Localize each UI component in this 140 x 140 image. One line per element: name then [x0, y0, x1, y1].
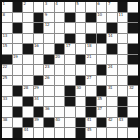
clue-number: 22: [3, 65, 8, 69]
white-cell[interactable]: [23, 76, 33, 86]
white-cell[interactable]: 44: [23, 128, 33, 138]
black-cell: [86, 34, 96, 44]
clue-number: 29: [34, 86, 39, 90]
white-cell[interactable]: 42: [107, 118, 117, 128]
white-cell[interactable]: [34, 2, 44, 12]
black-cell: [23, 118, 33, 128]
white-cell[interactable]: [44, 128, 54, 138]
clue-number: 3: [45, 2, 47, 6]
black-cell: [13, 2, 23, 12]
white-cell[interactable]: [34, 55, 44, 65]
black-cell: [34, 23, 44, 33]
white-cell[interactable]: [118, 65, 128, 75]
black-cell: [97, 118, 107, 128]
black-cell: [128, 23, 138, 33]
clue-number: 11: [118, 13, 123, 17]
white-cell[interactable]: [107, 97, 117, 107]
white-cell[interactable]: 35: [97, 97, 107, 107]
clue-number: 38: [3, 118, 8, 122]
white-cell[interactable]: [97, 128, 107, 138]
clue-number: 7: [108, 2, 110, 6]
white-cell[interactable]: [97, 76, 107, 86]
white-cell[interactable]: [65, 65, 75, 75]
black-cell: [128, 13, 138, 23]
black-cell: [44, 55, 54, 65]
white-cell[interactable]: [86, 23, 96, 33]
white-cell[interactable]: 20: [55, 55, 65, 65]
white-cell[interactable]: [13, 34, 23, 44]
white-cell[interactable]: [55, 128, 65, 138]
black-cell: [86, 13, 96, 23]
white-cell[interactable]: 30: [76, 86, 86, 96]
white-cell[interactable]: [44, 34, 54, 44]
white-cell[interactable]: 45: [86, 128, 96, 138]
clue-number: 43: [118, 118, 123, 122]
clue-number: 30: [76, 86, 81, 90]
white-cell[interactable]: 26: [44, 76, 54, 86]
clue-number: 24: [108, 65, 113, 69]
white-cell[interactable]: [128, 34, 138, 44]
white-cell[interactable]: [76, 13, 86, 23]
clue-number: 18: [87, 44, 92, 48]
clue-number: 39: [34, 118, 39, 122]
white-cell[interactable]: [76, 65, 86, 75]
white-cell[interactable]: 25: [2, 76, 12, 86]
white-cell[interactable]: [2, 23, 12, 33]
white-cell[interactable]: 19: [13, 55, 23, 65]
black-cell: [23, 97, 33, 107]
white-cell[interactable]: 43: [118, 118, 128, 128]
clue-number: 27: [87, 76, 92, 80]
black-cell: [65, 97, 75, 107]
white-cell[interactable]: [97, 55, 107, 65]
white-cell[interactable]: [44, 97, 54, 107]
black-cell: [128, 55, 138, 65]
white-cell[interactable]: 39: [34, 118, 44, 128]
white-cell[interactable]: [23, 34, 33, 44]
white-cell[interactable]: 27: [86, 76, 96, 86]
clue-number: 20: [55, 55, 60, 59]
crossword-grid: 1234567891011121314151617181920212223242…: [0, 0, 140, 140]
clue-number: 10: [97, 13, 102, 17]
white-cell[interactable]: [13, 65, 23, 75]
black-cell: [65, 86, 75, 96]
black-cell: [107, 44, 117, 54]
clue-number: 28: [24, 86, 29, 90]
black-cell: [2, 55, 12, 65]
clue-number: 14: [108, 34, 113, 38]
clue-number: 37: [97, 107, 102, 111]
clue-number: 44: [24, 128, 29, 132]
clue-number: 13: [3, 34, 8, 38]
white-cell[interactable]: [13, 76, 23, 86]
black-cell: [86, 97, 96, 107]
clue-number: 19: [13, 55, 18, 59]
white-cell[interactable]: [118, 44, 128, 54]
white-cell[interactable]: 32: [128, 86, 138, 96]
clue-number: 9: [45, 13, 47, 17]
black-cell: [97, 65, 107, 75]
clue-number: 42: [108, 118, 113, 122]
white-cell[interactable]: [34, 65, 44, 75]
white-cell[interactable]: 17: [65, 44, 75, 54]
white-cell[interactable]: [55, 97, 65, 107]
clue-number: 31: [108, 86, 113, 90]
white-cell[interactable]: 13: [2, 34, 12, 44]
white-cell[interactable]: [65, 107, 75, 117]
clue-number: 23: [45, 65, 50, 69]
white-cell[interactable]: 5: [76, 2, 86, 12]
white-cell[interactable]: [65, 2, 75, 12]
white-cell[interactable]: [107, 55, 117, 65]
black-cell: [13, 23, 23, 33]
white-cell[interactable]: [65, 76, 75, 86]
white-cell[interactable]: [86, 2, 96, 12]
white-cell[interactable]: [55, 13, 65, 23]
clue-number: 32: [129, 86, 134, 90]
black-cell: [65, 34, 75, 44]
white-cell[interactable]: [55, 76, 65, 86]
white-cell[interactable]: [13, 44, 23, 54]
white-cell[interactable]: [13, 97, 23, 107]
white-cell[interactable]: [107, 13, 117, 23]
white-cell[interactable]: [44, 86, 54, 96]
white-cell[interactable]: 14: [107, 34, 117, 44]
white-cell[interactable]: 37: [97, 107, 107, 117]
white-cell[interactable]: [86, 65, 96, 75]
black-cell: [118, 107, 128, 117]
white-cell[interactable]: 24: [107, 65, 117, 75]
white-cell[interactable]: 11: [118, 13, 128, 23]
white-cell[interactable]: 16: [34, 44, 44, 54]
clue-number: 16: [34, 44, 39, 48]
black-cell: [13, 86, 23, 96]
black-cell: [65, 13, 75, 23]
clue-number: 2: [24, 2, 26, 6]
black-cell: [76, 118, 86, 128]
white-cell[interactable]: 15: [2, 44, 12, 54]
white-cell[interactable]: [23, 107, 33, 117]
clue-number: 1: [3, 2, 5, 6]
white-cell[interactable]: [76, 44, 86, 54]
white-cell[interactable]: 9: [44, 13, 54, 23]
clue-number: 40: [55, 118, 60, 122]
black-cell: [128, 118, 138, 128]
white-cell[interactable]: 36: [44, 107, 54, 117]
clue-number: 12: [45, 23, 50, 27]
white-cell[interactable]: 33: [2, 97, 12, 107]
white-cell[interactable]: 8: [2, 13, 12, 23]
white-cell[interactable]: 28: [23, 86, 33, 96]
white-cell[interactable]: [107, 128, 117, 138]
black-cell: [76, 55, 86, 65]
white-cell[interactable]: [118, 128, 128, 138]
black-cell: [118, 2, 128, 12]
white-cell[interactable]: [55, 107, 65, 117]
black-cell: [23, 44, 33, 54]
clue-number: 45: [87, 128, 92, 132]
white-cell[interactable]: [118, 86, 128, 96]
white-cell[interactable]: [2, 107, 12, 117]
white-cell[interactable]: 40: [55, 118, 65, 128]
clue-number: 33: [3, 97, 8, 101]
white-cell[interactable]: 7: [107, 2, 117, 12]
white-cell[interactable]: [2, 86, 12, 96]
black-cell: [86, 107, 96, 117]
clue-number: 5: [76, 2, 78, 6]
white-cell[interactable]: 41: [86, 118, 96, 128]
black-cell: [97, 34, 107, 44]
black-cell: [34, 76, 44, 86]
white-cell[interactable]: 22: [2, 65, 12, 75]
white-cell[interactable]: [97, 44, 107, 54]
black-cell: [44, 118, 54, 128]
white-cell[interactable]: [118, 55, 128, 65]
black-cell: [34, 13, 44, 23]
white-cell[interactable]: [118, 76, 128, 86]
white-cell[interactable]: [65, 55, 75, 65]
white-cell[interactable]: [128, 107, 138, 117]
white-cell[interactable]: [76, 23, 86, 33]
white-cell[interactable]: [55, 23, 65, 33]
white-cell[interactable]: [55, 65, 65, 75]
white-cell[interactable]: [34, 128, 44, 138]
clue-number: 17: [66, 44, 71, 48]
clue-number: 34: [34, 97, 39, 101]
white-cell[interactable]: 23: [44, 65, 54, 75]
white-cell[interactable]: [86, 86, 96, 96]
white-cell[interactable]: 1: [2, 2, 12, 12]
black-cell: [34, 107, 44, 117]
white-cell[interactable]: [23, 65, 33, 75]
white-cell[interactable]: [2, 128, 12, 138]
white-cell[interactable]: 29: [34, 86, 44, 96]
white-cell[interactable]: 38: [2, 118, 12, 128]
white-cell[interactable]: [13, 13, 23, 23]
white-cell[interactable]: [65, 118, 75, 128]
clue-number: 26: [45, 76, 50, 80]
white-cell[interactable]: [55, 86, 65, 96]
white-cell[interactable]: [107, 107, 117, 117]
white-cell[interactable]: [118, 34, 128, 44]
white-cell[interactable]: [23, 13, 33, 23]
clue-number: 36: [45, 107, 50, 111]
black-cell: [128, 44, 138, 54]
black-cell: [76, 76, 86, 86]
black-cell: [107, 23, 117, 33]
white-cell[interactable]: [65, 128, 75, 138]
white-cell[interactable]: [76, 107, 86, 117]
white-cell[interactable]: [76, 97, 86, 107]
white-cell[interactable]: [118, 23, 128, 33]
white-cell[interactable]: [13, 118, 23, 128]
clue-number: 21: [87, 55, 92, 59]
white-cell[interactable]: [107, 76, 117, 86]
white-cell[interactable]: [128, 97, 138, 107]
clue-number: 15: [3, 44, 8, 48]
white-cell[interactable]: 4: [55, 2, 65, 12]
black-cell: [55, 44, 65, 54]
white-cell[interactable]: [128, 65, 138, 75]
black-cell: [13, 107, 23, 117]
clue-number: 6: [97, 2, 99, 6]
white-cell[interactable]: 12: [44, 23, 54, 33]
white-cell[interactable]: 3: [44, 2, 54, 12]
white-cell[interactable]: 6: [97, 2, 107, 12]
white-cell[interactable]: 10: [97, 13, 107, 23]
clue-number: 8: [3, 13, 5, 17]
white-cell[interactable]: [76, 34, 86, 44]
white-cell[interactable]: 34: [34, 97, 44, 107]
white-cell[interactable]: [128, 128, 138, 138]
black-cell: [118, 97, 128, 107]
clue-number: 4: [55, 2, 57, 6]
white-cell[interactable]: [128, 2, 138, 12]
white-cell[interactable]: [34, 34, 44, 44]
white-cell[interactable]: [23, 55, 33, 65]
white-cell[interactable]: 31: [107, 86, 117, 96]
white-cell[interactable]: [44, 44, 54, 54]
black-cell: [76, 128, 86, 138]
white-cell[interactable]: [97, 23, 107, 33]
clue-number: 41: [87, 118, 92, 122]
black-cell: [13, 128, 23, 138]
white-cell[interactable]: 21: [86, 55, 96, 65]
white-cell[interactable]: [55, 34, 65, 44]
white-cell[interactable]: 2: [23, 2, 33, 12]
white-cell[interactable]: 18: [86, 44, 96, 54]
white-cell[interactable]: [65, 23, 75, 33]
black-cell: [97, 86, 107, 96]
clue-number: 25: [3, 76, 8, 80]
clue-number: 35: [97, 97, 102, 101]
white-cell[interactable]: [23, 23, 33, 33]
black-cell: [128, 76, 138, 86]
